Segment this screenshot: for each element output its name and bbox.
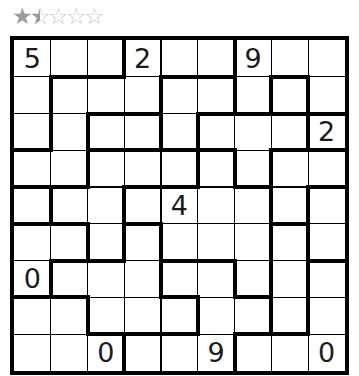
rating-star-icon-4[interactable]: ☆	[66, 3, 84, 29]
cell-r2c7[interactable]	[271, 114, 308, 151]
region-border-v-r3c5	[196, 148, 200, 189]
cell-r0c2[interactable]	[88, 40, 125, 77]
difficulty-rating[interactable]: ★★☆☆☆☆	[12, 2, 102, 30]
region-border-v-r2c4	[159, 112, 163, 153]
region-border-h-r2c3	[122, 112, 163, 116]
region-border-v-r2c1	[49, 112, 53, 153]
puzzle-board-frame: 529240090	[10, 36, 349, 375]
region-border-h-r1c7	[269, 75, 310, 79]
cell-r1c7[interactable]	[271, 77, 308, 114]
cell-r2c6[interactable]	[235, 114, 272, 151]
region-border-v-r6c4	[159, 259, 163, 300]
cell-r0c6[interactable]: 9	[235, 40, 272, 77]
region-border-h-r7c0	[12, 295, 53, 299]
cell-r5c2[interactable]	[88, 224, 125, 261]
clue-digit: 0	[24, 265, 41, 292]
cell-r6c8[interactable]	[308, 261, 345, 298]
region-border-h-r5c1	[49, 222, 90, 226]
region-border-v-r5c8	[306, 222, 310, 263]
cell-r4c6[interactable]	[235, 187, 272, 224]
star-glyph: ★	[12, 3, 30, 29]
region-border-h-r3c7	[269, 148, 310, 152]
region-border-h-r4c1	[49, 185, 90, 189]
cell-r6c1[interactable]	[51, 261, 88, 298]
cell-r8c4[interactable]	[161, 334, 198, 371]
region-border-v-r6c1	[49, 259, 53, 300]
region-border-v-r3c6	[233, 148, 237, 189]
region-border-v-r4c1	[49, 185, 53, 226]
region-border-h-r6c8	[306, 259, 347, 263]
cell-r1c0[interactable]	[14, 77, 51, 114]
region-border-v-r4c7	[269, 185, 273, 226]
region-border-h-r2c5	[196, 112, 237, 116]
region-border-h-r4c0	[12, 185, 53, 189]
cell-r7c5[interactable]	[198, 297, 235, 334]
region-border-v-r5c7	[269, 222, 273, 263]
clue-digit: 9	[208, 339, 225, 366]
region-border-v-r1c8	[306, 75, 310, 116]
region-border-h-r2c2	[86, 112, 127, 116]
cell-r7c6[interactable]	[235, 297, 272, 334]
region-border-h-r1c1	[49, 75, 90, 79]
region-border-v-r6c6	[233, 259, 237, 300]
cell-r8c7[interactable]	[271, 334, 308, 371]
region-border-v-r5c4	[159, 222, 163, 263]
cell-r0c7[interactable]	[271, 40, 308, 77]
region-border-v-r4c3	[122, 185, 126, 226]
star-glyph: ☆	[84, 3, 102, 29]
region-border-v-r0c6	[233, 38, 237, 79]
region-border-h-r8c4	[159, 332, 200, 336]
cell-r6c4[interactable]	[161, 261, 198, 298]
cell-r5c5[interactable]	[198, 224, 235, 261]
cell-r2c4[interactable]	[161, 114, 198, 151]
cell-r2c0[interactable]	[14, 114, 51, 151]
region-border-v-r2c8	[306, 112, 310, 153]
cell-r3c8[interactable]	[308, 150, 345, 187]
region-border-v-r2c2	[86, 112, 90, 153]
cell-r2c8[interactable]: 2	[308, 114, 345, 151]
region-border-v-r6c8	[306, 259, 310, 300]
cell-r5c6[interactable]	[235, 224, 272, 261]
region-border-h-r3c2	[86, 148, 127, 152]
cell-r8c2[interactable]: 0	[88, 334, 125, 371]
clue-digit: 0	[97, 339, 114, 366]
region-border-h-r3c0	[12, 148, 53, 152]
region-border-h-r8c2	[86, 332, 127, 336]
cell-r7c4[interactable]	[161, 297, 198, 334]
cell-r5c7[interactable]	[271, 224, 308, 261]
region-border-h-r3c5	[196, 148, 237, 152]
region-border-v-r7c7	[269, 295, 273, 336]
region-border-h-r6c4	[159, 259, 200, 263]
region-border-h-r7c1	[49, 295, 90, 299]
region-border-h-r6c1	[49, 259, 90, 263]
clue-digit: 0	[318, 339, 335, 366]
cell-r4c8[interactable]	[308, 187, 345, 224]
cell-r0c8[interactable]	[308, 40, 345, 77]
cell-r0c4[interactable]	[161, 40, 198, 77]
cell-r8c3[interactable]	[124, 334, 161, 371]
clue-digit: 9	[244, 45, 261, 72]
cell-r5c0[interactable]	[14, 224, 51, 261]
region-border-h-r4c4	[159, 185, 200, 189]
region-border-h-r4c8	[306, 185, 347, 189]
cell-r5c4[interactable]	[161, 224, 198, 261]
region-border-h-r8c3	[122, 332, 163, 336]
region-border-h-r2c8	[306, 112, 347, 116]
cell-r4c7[interactable]	[271, 187, 308, 224]
cell-r5c8[interactable]	[308, 224, 345, 261]
cell-r3c2[interactable]	[88, 150, 125, 187]
region-border-v-r7c2	[86, 295, 90, 336]
cell-r4c5[interactable]	[198, 187, 235, 224]
half-star-overlay-icon: ★	[30, 3, 40, 29]
cell-r8c0[interactable]	[14, 334, 51, 371]
region-border-h-r5c0	[12, 222, 53, 226]
cell-r3c7[interactable]	[271, 150, 308, 187]
region-border-h-r3c8	[306, 148, 347, 152]
cell-r2c2[interactable]	[88, 114, 125, 151]
region-border-v-r1c1	[49, 75, 53, 116]
region-border-v-r8c6	[233, 332, 237, 373]
star-glyph: ☆	[66, 3, 84, 29]
cell-r7c3[interactable]	[124, 297, 161, 334]
region-border-h-r1c2	[86, 75, 127, 79]
cell-r7c1[interactable]	[51, 297, 88, 334]
clue-digit: 2	[318, 118, 335, 145]
cell-r3c1[interactable]	[51, 150, 88, 187]
region-border-h-r1c4	[159, 75, 200, 79]
region-border-h-r6c5	[196, 259, 237, 263]
region-border-h-r5c7	[269, 222, 310, 226]
rating-star-icon-2[interactable]: ★☆	[30, 3, 48, 29]
cell-r1c8[interactable]	[308, 77, 345, 114]
region-border-v-r4c8	[306, 185, 310, 226]
cell-r4c1[interactable]	[51, 187, 88, 224]
cell-r1c4[interactable]	[161, 77, 198, 114]
region-border-h-r2c6	[233, 112, 274, 116]
cell-r4c4[interactable]: 4	[161, 187, 198, 224]
region-border-v-r6c7	[269, 259, 273, 300]
cell-r1c1[interactable]	[51, 77, 88, 114]
cell-r6c0[interactable]: 0	[14, 261, 51, 298]
cell-r8c8[interactable]: 0	[308, 334, 345, 371]
region-border-v-r1c6	[233, 75, 237, 116]
puzzle-board: 529240090	[14, 40, 345, 371]
region-border-v-r1c4	[159, 75, 163, 116]
cell-r3c6[interactable]	[235, 150, 272, 187]
cell-r4c0[interactable]	[14, 187, 51, 224]
region-border-h-r5c3	[122, 222, 163, 226]
region-border-v-r7c8	[306, 295, 310, 336]
cell-r0c3[interactable]: 2	[124, 40, 161, 77]
cell-r3c0[interactable]	[14, 150, 51, 187]
cell-r0c0[interactable]: 5	[14, 40, 51, 77]
clue-digit: 2	[134, 45, 151, 72]
region-border-v-r2c5	[196, 112, 200, 153]
region-border-h-r7c4	[159, 295, 200, 299]
region-border-v-r5c2	[86, 222, 90, 263]
region-border-v-r3c7	[269, 148, 273, 189]
region-border-v-r7c5	[196, 295, 200, 336]
rating-star-icon-1[interactable]: ★	[12, 3, 30, 29]
cell-r7c7[interactable]	[271, 297, 308, 334]
cell-r1c6[interactable]	[235, 77, 272, 114]
region-border-h-r4c6	[233, 185, 274, 189]
region-border-h-r8c6	[233, 332, 274, 336]
cell-r0c1[interactable]	[51, 40, 88, 77]
cell-r3c3[interactable]	[124, 150, 161, 187]
cell-r1c5[interactable]	[198, 77, 235, 114]
cell-r6c2[interactable]	[88, 261, 125, 298]
cell-r4c3[interactable]	[124, 187, 161, 224]
cell-r6c5[interactable]	[198, 261, 235, 298]
region-border-v-r8c3	[122, 332, 126, 373]
rating-star-icon-5[interactable]: ☆	[84, 3, 102, 29]
cell-r1c2[interactable]	[88, 77, 125, 114]
cell-r3c4[interactable]	[161, 150, 198, 187]
rating-star-icon-3[interactable]: ☆	[48, 3, 66, 29]
cell-r4c2[interactable]	[88, 187, 125, 224]
cell-r6c3[interactable]	[124, 261, 161, 298]
region-border-h-r8c7	[269, 332, 310, 336]
region-border-h-r3c3	[122, 148, 163, 152]
cell-r5c1[interactable]	[51, 224, 88, 261]
region-border-h-r7c6	[233, 295, 274, 299]
cell-r8c5[interactable]: 9	[198, 334, 235, 371]
region-border-h-r4c3	[122, 185, 163, 189]
cell-r5c3[interactable]	[124, 224, 161, 261]
cell-r2c1[interactable]	[51, 114, 88, 151]
cell-r2c3[interactable]	[124, 114, 161, 151]
cell-r8c1[interactable]	[51, 334, 88, 371]
cell-r1c3[interactable]	[124, 77, 161, 114]
region-border-h-r6c2	[86, 259, 127, 263]
cell-r7c8[interactable]	[308, 297, 345, 334]
cell-r6c6[interactable]	[235, 261, 272, 298]
region-border-h-r1c5	[196, 75, 237, 79]
region-border-v-r5c3	[122, 222, 126, 263]
region-border-v-r3c2	[86, 148, 90, 189]
clue-digit: 5	[24, 45, 41, 72]
cell-r2c5[interactable]	[198, 114, 235, 151]
cell-r3c5[interactable]	[198, 150, 235, 187]
clue-digit: 4	[171, 192, 188, 219]
region-border-h-r2c7	[269, 112, 310, 116]
cell-r0c5[interactable]	[198, 40, 235, 77]
cell-r7c2[interactable]	[88, 297, 125, 334]
cell-r8c6[interactable]	[235, 334, 272, 371]
region-border-v-r0c3	[122, 38, 126, 79]
cell-r7c0[interactable]	[14, 297, 51, 334]
star-glyph: ☆	[48, 3, 66, 29]
region-border-h-r3c4	[159, 148, 200, 152]
region-border-v-r1c7	[269, 75, 273, 116]
cell-r6c7[interactable]	[271, 261, 308, 298]
